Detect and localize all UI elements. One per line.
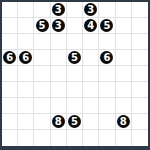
cell-r2c6[interactable]: [99, 34, 115, 50]
clue-circle: 3: [52, 19, 65, 32]
cell-r0c6[interactable]: [99, 2, 115, 18]
cell-r3c7[interactable]: [116, 50, 132, 66]
cell-r8c8[interactable]: [132, 130, 148, 146]
cell-r0c7[interactable]: [116, 2, 132, 18]
cell-r0c4[interactable]: [67, 2, 83, 18]
cell-r5c2[interactable]: [34, 82, 50, 98]
cell-r7c2[interactable]: [34, 114, 50, 130]
cell-r2c7[interactable]: [116, 34, 132, 50]
cell-r6c7[interactable]: [116, 98, 132, 114]
cell-r2c4[interactable]: [67, 34, 83, 50]
cell-r6c1[interactable]: [18, 98, 34, 114]
cell-r4c6[interactable]: [99, 66, 115, 82]
cell-r4c1[interactable]: [18, 66, 34, 82]
cell-r2c3[interactable]: [51, 34, 67, 50]
cell-r8c4[interactable]: [67, 130, 83, 146]
clue-circle: 3: [84, 3, 97, 16]
cell-r7c7: 8: [116, 114, 132, 130]
cell-r3c8[interactable]: [132, 50, 148, 66]
cell-r5c0[interactable]: [2, 82, 18, 98]
cell-r4c4[interactable]: [67, 66, 83, 82]
cell-r2c0[interactable]: [2, 34, 18, 50]
clue-circle: 4: [84, 19, 97, 32]
cell-r1c6: 5: [99, 18, 115, 34]
cell-r4c5[interactable]: [83, 66, 99, 82]
cell-r3c1: 6: [18, 50, 34, 66]
cell-r5c3[interactable]: [51, 82, 67, 98]
cell-r2c1[interactable]: [18, 34, 34, 50]
clue-circle: 6: [3, 51, 16, 64]
cell-r2c2[interactable]: [34, 34, 50, 50]
cell-r8c2[interactable]: [34, 130, 50, 146]
cell-r4c2[interactable]: [34, 66, 50, 82]
cell-r6c8[interactable]: [132, 98, 148, 114]
clue-circle: 5: [100, 19, 113, 32]
cell-r8c5[interactable]: [83, 130, 99, 146]
cell-r5c1[interactable]: [18, 82, 34, 98]
cell-r5c8[interactable]: [132, 82, 148, 98]
cell-r4c3[interactable]: [51, 66, 67, 82]
cell-r6c2[interactable]: [34, 98, 50, 114]
clue-circle: 5: [36, 19, 49, 32]
cell-r3c5[interactable]: [83, 50, 99, 66]
cell-r3c6: 6: [99, 50, 115, 66]
cell-r1c7[interactable]: [116, 18, 132, 34]
cell-r1c5: 4: [83, 18, 99, 34]
cell-r0c1[interactable]: [18, 2, 34, 18]
cell-r0c5: 3: [83, 2, 99, 18]
cell-r1c0[interactable]: [2, 18, 18, 34]
cell-r7c1[interactable]: [18, 114, 34, 130]
cell-r7c6[interactable]: [99, 114, 115, 130]
cell-r1c2: 5: [34, 18, 50, 34]
clue-circle: 6: [19, 51, 32, 64]
clue-circle: 8: [52, 115, 65, 128]
cell-r0c8[interactable]: [132, 2, 148, 18]
cell-r7c0[interactable]: [2, 114, 18, 130]
cell-r6c3[interactable]: [51, 98, 67, 114]
clue-circle: 6: [100, 51, 113, 64]
cell-r5c7[interactable]: [116, 82, 132, 98]
clue-circle: 3: [52, 3, 65, 16]
cell-r7c5[interactable]: [83, 114, 99, 130]
clue-circle: 5: [68, 115, 81, 128]
cell-r0c2[interactable]: [34, 2, 50, 18]
cell-r6c6[interactable]: [99, 98, 115, 114]
cell-r0c0[interactable]: [2, 2, 18, 18]
cell-r3c2[interactable]: [34, 50, 50, 66]
cell-r6c4[interactable]: [67, 98, 83, 114]
clue-circle: 8: [117, 115, 130, 128]
clue-circle: 5: [68, 51, 81, 64]
cell-r5c5[interactable]: [83, 82, 99, 98]
cell-r6c5[interactable]: [83, 98, 99, 114]
cell-r2c5[interactable]: [83, 34, 99, 50]
cell-r8c1[interactable]: [18, 130, 34, 146]
cell-r3c0: 6: [2, 50, 18, 66]
cell-r3c4: 5: [67, 50, 83, 66]
cell-r1c3: 3: [51, 18, 67, 34]
cell-r8c3[interactable]: [51, 130, 67, 146]
cell-r2c8[interactable]: [132, 34, 148, 50]
cell-r8c0[interactable]: [2, 130, 18, 146]
cell-r1c4[interactable]: [67, 18, 83, 34]
cell-r7c8[interactable]: [132, 114, 148, 130]
cell-r8c6[interactable]: [99, 130, 115, 146]
cell-r0c3: 3: [51, 2, 67, 18]
cell-r8c7[interactable]: [116, 130, 132, 146]
cell-r7c3: 8: [51, 114, 67, 130]
cell-r6c0[interactable]: [2, 98, 18, 114]
cell-r1c8[interactable]: [132, 18, 148, 34]
cell-r7c4: 5: [67, 114, 83, 130]
cell-r5c6[interactable]: [99, 82, 115, 98]
cell-r4c8[interactable]: [132, 66, 148, 82]
cell-r4c0[interactable]: [2, 66, 18, 82]
cell-r1c1[interactable]: [18, 18, 34, 34]
cell-r5c4[interactable]: [67, 82, 83, 98]
cell-r4c7[interactable]: [116, 66, 132, 82]
cell-r3c3[interactable]: [51, 50, 67, 66]
puzzle-board: 3353456656858: [0, 0, 150, 150]
